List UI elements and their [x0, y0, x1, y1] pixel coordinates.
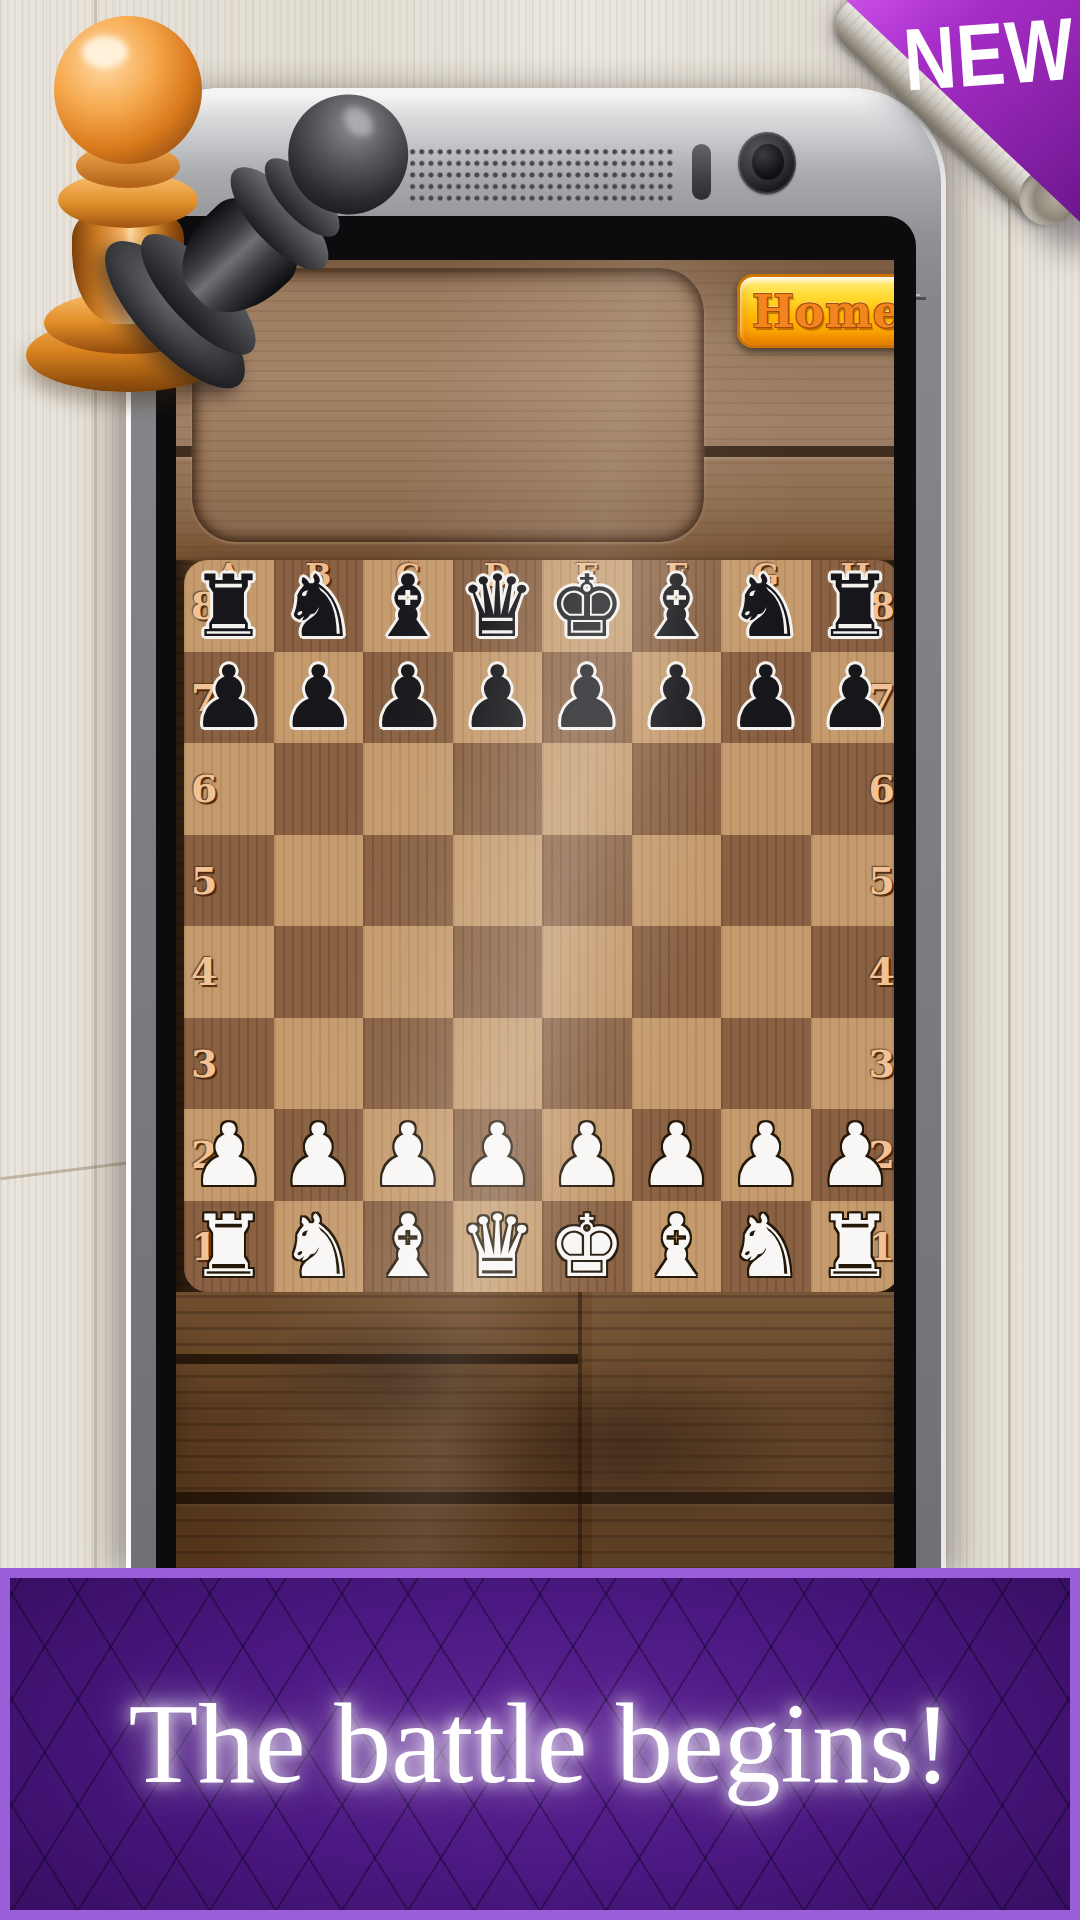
rank-label-right-5: 5	[869, 835, 894, 927]
square-h7[interactable]: ♟	[811, 652, 895, 744]
promo-banner: The battle begins!	[0, 1568, 1080, 1920]
square-d5[interactable]	[453, 835, 543, 927]
square-b8[interactable]: ♞	[274, 560, 364, 652]
square-g1[interactable]: ♞	[721, 1201, 811, 1293]
square-c8[interactable]: ♝	[363, 560, 453, 652]
square-a8[interactable]: ♜	[184, 560, 274, 652]
black-rook: ♜	[184, 560, 274, 652]
white-pawn: ♟	[363, 1109, 453, 1201]
square-g2[interactable]: ♟	[721, 1109, 811, 1201]
square-h1[interactable]: ♜	[811, 1201, 895, 1293]
white-knight: ♞	[721, 1201, 811, 1293]
white-queen: ♛	[453, 1201, 543, 1293]
plank-gap	[176, 1354, 578, 1364]
black-pawn: ♟	[542, 652, 632, 744]
square-g3[interactable]	[721, 1018, 811, 1110]
chess-board: ♜♞♝♛♚♝♞♜♟♟♟♟♟♟♟♟♟♟♟♟♟♟♟♟♜♞♝♛♚♝♞♜87654321…	[184, 560, 894, 1292]
white-pawn: ♟	[721, 1109, 811, 1201]
black-knight: ♞	[721, 560, 811, 652]
black-pawn: ♟	[811, 652, 895, 744]
rank-label-right-3: 3	[869, 1018, 894, 1110]
black-bishop: ♝	[632, 560, 722, 652]
black-pawn: ♟	[721, 652, 811, 744]
white-pawn: ♟	[274, 1109, 364, 1201]
square-g6[interactable]	[721, 743, 811, 835]
black-rook: ♜	[811, 560, 895, 652]
rank-label-right-4: 4	[869, 926, 894, 1018]
phone-screen: Home ♜♞♝♛♚♝♞♜♟♟♟♟♟♟♟♟♟♟♟♟♟♟♟♟♜♞♝♛♚♝♞♜876…	[156, 216, 916, 1570]
black-pawn: ♟	[363, 652, 453, 744]
square-b5[interactable]	[274, 835, 364, 927]
square-g8[interactable]: ♞	[721, 560, 811, 652]
home-button-label: Home	[752, 286, 894, 337]
square-c5[interactable]	[363, 835, 453, 927]
proximity-sensor-icon	[692, 144, 711, 200]
game-screen: Home ♜♞♝♛♚♝♞♜♟♟♟♟♟♟♟♟♟♟♟♟♟♟♟♟♜♞♝♛♚♝♞♜876…	[176, 260, 894, 1570]
square-d3[interactable]	[453, 1018, 543, 1110]
square-c2[interactable]: ♟	[363, 1109, 453, 1201]
square-f1[interactable]: ♝	[632, 1201, 722, 1293]
rank-label-left-4: 4	[191, 926, 217, 1018]
square-e7[interactable]: ♟	[542, 652, 632, 744]
square-e3[interactable]	[542, 1018, 632, 1110]
white-king: ♚	[542, 1201, 632, 1293]
black-bishop: ♝	[363, 560, 453, 652]
square-b6[interactable]	[274, 743, 364, 835]
white-rook: ♜	[184, 1201, 274, 1293]
square-c4[interactable]	[363, 926, 453, 1018]
square-d4[interactable]	[453, 926, 543, 1018]
glare-patch	[592, 1292, 894, 1570]
white-bishop: ♝	[363, 1201, 453, 1293]
front-camera-icon	[738, 132, 796, 194]
tagline-text: The battle begins!	[128, 1678, 951, 1810]
square-e1[interactable]: ♚	[542, 1201, 632, 1293]
square-d6[interactable]	[453, 743, 543, 835]
home-button[interactable]: Home	[737, 274, 894, 348]
square-e6[interactable]	[542, 743, 632, 835]
square-d2[interactable]: ♟	[453, 1109, 543, 1201]
black-pawn: ♟	[184, 652, 274, 744]
square-d8[interactable]: ♛	[453, 560, 543, 652]
square-e4[interactable]	[542, 926, 632, 1018]
screen-bottom-wood	[176, 1292, 894, 1570]
rank-label-left-3: 3	[191, 1018, 217, 1110]
square-c7[interactable]: ♟	[363, 652, 453, 744]
square-b2[interactable]: ♟	[274, 1109, 364, 1201]
rank-label-left-6: 6	[191, 743, 217, 835]
square-f7[interactable]: ♟	[632, 652, 722, 744]
square-a2[interactable]: ♟	[184, 1109, 274, 1201]
square-e8[interactable]: ♚	[542, 560, 632, 652]
rank-label-right-6: 6	[869, 743, 894, 835]
white-pawn: ♟	[632, 1109, 722, 1201]
black-pawn: ♟	[632, 652, 722, 744]
square-g5[interactable]	[721, 835, 811, 927]
square-e5[interactable]	[542, 835, 632, 927]
square-h8[interactable]: ♜	[811, 560, 895, 652]
square-d7[interactable]: ♟	[453, 652, 543, 744]
black-king: ♚	[542, 560, 632, 652]
black-knight: ♞	[274, 560, 364, 652]
square-b3[interactable]	[274, 1018, 364, 1110]
square-f4[interactable]	[632, 926, 722, 1018]
white-pawn: ♟	[184, 1109, 274, 1201]
rank-label-left-5: 5	[191, 835, 217, 927]
square-a7[interactable]: ♟	[184, 652, 274, 744]
white-pawn: ♟	[453, 1109, 543, 1201]
new-badge-label: NEW	[900, 0, 1067, 111]
square-f5[interactable]	[632, 835, 722, 927]
square-c1[interactable]: ♝	[363, 1201, 453, 1293]
square-b4[interactable]	[274, 926, 364, 1018]
square-f6[interactable]	[632, 743, 722, 835]
square-g4[interactable]	[721, 926, 811, 1018]
square-g7[interactable]: ♟	[721, 652, 811, 744]
square-c6[interactable]	[363, 743, 453, 835]
black-queen: ♛	[453, 560, 543, 652]
square-f2[interactable]: ♟	[632, 1109, 722, 1201]
black-pawn: ♟	[274, 652, 364, 744]
white-rook: ♜	[811, 1201, 895, 1293]
white-pawn: ♟	[811, 1109, 895, 1201]
square-d1[interactable]: ♛	[453, 1201, 543, 1293]
square-b7[interactable]: ♟	[274, 652, 364, 744]
square-c3[interactable]	[363, 1018, 453, 1110]
white-bishop: ♝	[632, 1201, 722, 1293]
square-f8[interactable]: ♝	[632, 560, 722, 652]
black-pawn: ♟	[453, 652, 543, 744]
square-b1[interactable]: ♞	[274, 1201, 364, 1293]
white-knight: ♞	[274, 1201, 364, 1293]
square-h2[interactable]: ♟	[811, 1109, 895, 1201]
white-pawn: ♟	[542, 1109, 632, 1201]
square-e2[interactable]: ♟	[542, 1109, 632, 1201]
square-a1[interactable]: ♜	[184, 1201, 274, 1293]
square-f3[interactable]	[632, 1018, 722, 1110]
plank-seam	[578, 1292, 582, 1570]
